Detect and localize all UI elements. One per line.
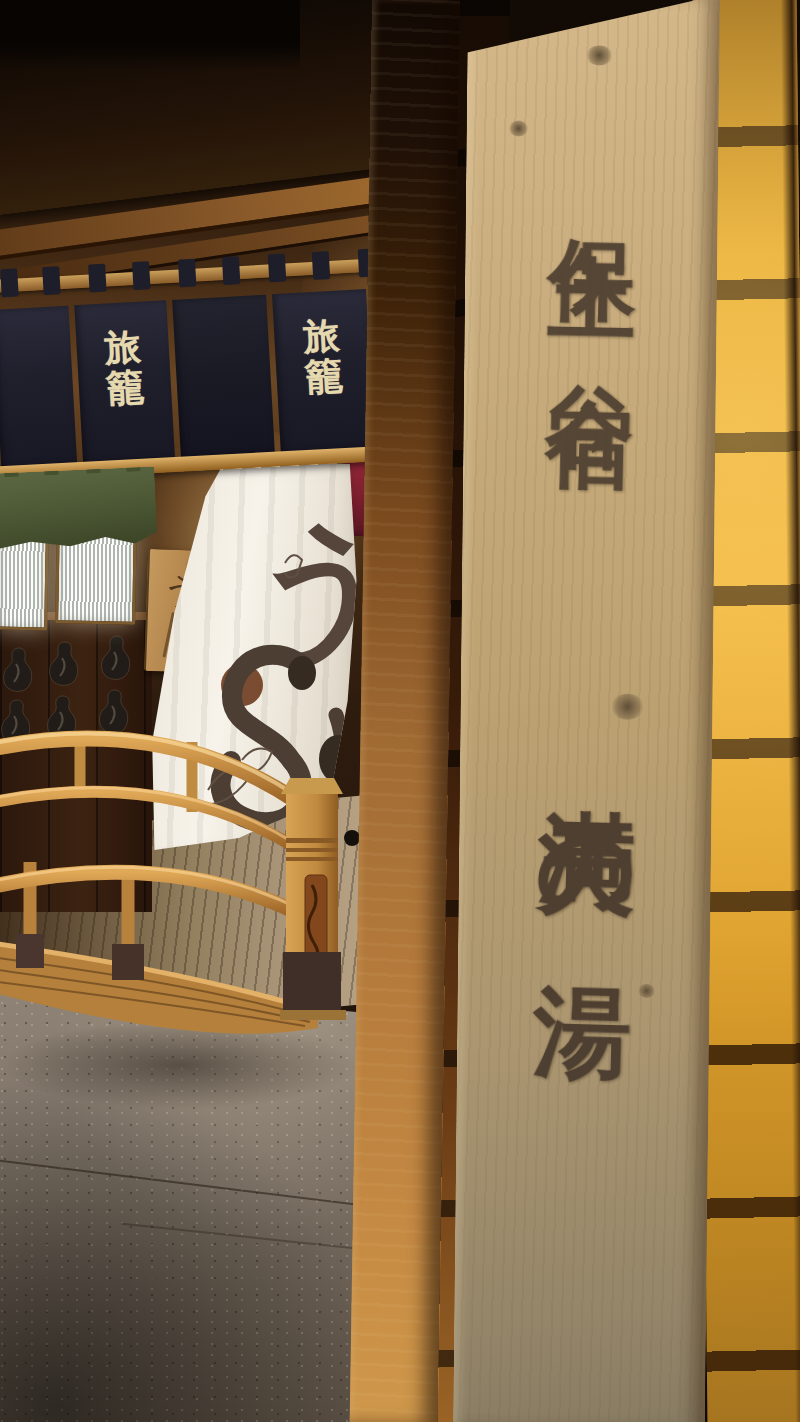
noren-panel: 旅 籠: [272, 289, 375, 456]
wood-knot: [508, 120, 528, 136]
onsen-entrance-scene: う う: [0, 0, 800, 1422]
crest-character-top: 旅: [104, 328, 142, 366]
noren-tab: [0, 268, 19, 297]
sign-text-bottom-column: 満天の湯: [520, 728, 658, 932]
noren-tab: [42, 266, 61, 295]
noren-tab: [268, 254, 287, 283]
noren-crest: 旅 籠: [103, 328, 145, 408]
noren-tab: [222, 256, 241, 285]
bridge-newel-post: [280, 778, 346, 1020]
dark-object: [344, 830, 360, 846]
noren-panel: [172, 295, 275, 462]
noren-tab: [312, 251, 331, 280]
noren-panel: 旅 籠: [74, 300, 175, 467]
crest-character-top: 旅: [302, 317, 340, 355]
noren-tab: [178, 259, 197, 288]
main-signboard: 保土ヶ谷宿 満天の湯: [453, 0, 720, 1422]
sign-text-top-column: 保土ヶ谷宿: [533, 168, 656, 342]
crest-character-bottom: 籠: [304, 357, 344, 397]
wood-knot: [610, 694, 644, 720]
arched-bridge: [0, 690, 400, 1090]
wall-corner-edge: [780, 0, 800, 1422]
green-noren: [0, 467, 158, 550]
noren-tab: [132, 261, 151, 290]
noren-tab: [88, 264, 107, 293]
baluster-foot: [112, 944, 144, 980]
wood-knot: [637, 984, 655, 998]
noren-panel: [0, 306, 77, 472]
baluster-foot: [16, 934, 44, 968]
bridge-lower-rail: [0, 872, 302, 915]
roof-shadow: [0, 0, 300, 70]
crest-character-bottom: 籠: [105, 368, 145, 408]
wood-knot: [585, 45, 613, 65]
noren-crest: 旅 籠: [301, 317, 343, 397]
